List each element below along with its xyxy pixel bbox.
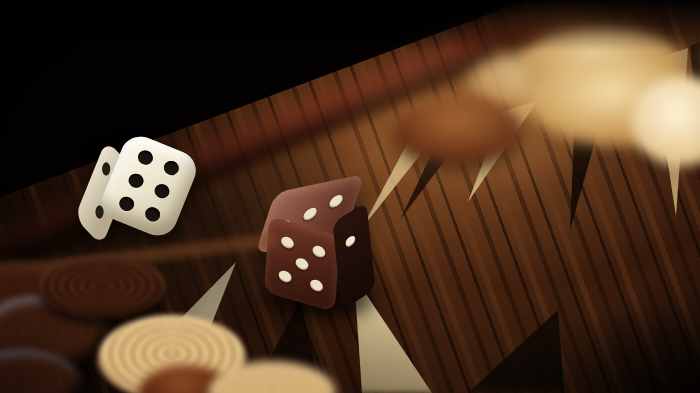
backgammon-photo-scene <box>0 0 700 393</box>
foreground-checkers <box>0 0 700 393</box>
front-checker-dark-2[interactable] <box>38 256 166 318</box>
